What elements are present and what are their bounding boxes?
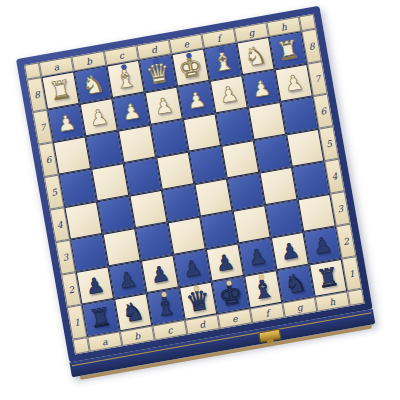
white-pawn-c7: ♟ <box>113 94 149 130</box>
blue-knob-accent <box>121 64 127 70</box>
blue-bishop-c1: ♝ <box>148 289 184 325</box>
white-rook-a8: ♜ <box>43 72 79 108</box>
tan-knob-accent <box>193 286 199 292</box>
white-pawn-h7: ♟ <box>276 65 312 101</box>
blue-pawn-b2: ♟ <box>109 262 145 298</box>
blue-queen-d1: ♛ <box>180 283 216 319</box>
blue-pawn-f2: ♟ <box>239 239 275 275</box>
white-pawn-a7: ♟ <box>48 105 84 141</box>
blue-pawn-d2: ♟ <box>174 250 210 286</box>
blue-pawn-g2: ♟ <box>272 233 308 269</box>
tan-knob-accent <box>226 280 232 286</box>
board-grid: abcdefgh8♜♞♝♛♚♝♞♜87♟♟♟♟♟♟♟♟7665544332♟♟♟… <box>24 14 365 355</box>
blue-pawn-c2: ♟ <box>142 256 178 292</box>
blue-bishop-f1: ♝ <box>245 271 281 307</box>
white-pawn-e7: ♟ <box>178 82 214 118</box>
blue-knob-accent <box>218 47 224 53</box>
product-photo-background: abcdefgh8♜♞♝♛♚♝♞♜87♟♟♟♟♟♟♟♟7665544332♟♟♟… <box>0 0 400 400</box>
blue-pawn-h2: ♟ <box>304 227 340 263</box>
border-corner <box>347 289 364 306</box>
white-pawn-d7: ♟ <box>146 88 182 124</box>
board-outer-frame: abcdefgh8♜♞♝♛♚♝♞♜87♟♟♟♟♟♟♟♟7665544332♟♟♟… <box>16 6 373 363</box>
white-knight-b8: ♞ <box>75 67 111 103</box>
blue-pawn-a2: ♟ <box>77 267 113 303</box>
white-pawn-f7: ♟ <box>211 76 247 112</box>
white-pawn-b7: ♟ <box>81 99 117 135</box>
blue-knight-g1: ♞ <box>278 266 314 302</box>
blue-rook-h1: ♜ <box>310 260 346 296</box>
blue-knight-b1: ♞ <box>115 294 151 330</box>
brass-clasp <box>258 329 282 344</box>
square-g1[interactable]: ♞ <box>277 264 315 302</box>
white-bishop-f8: ♝ <box>205 44 241 80</box>
square-a1[interactable]: ♜ <box>82 299 120 337</box>
square-e1[interactable]: ♚ <box>212 276 250 314</box>
tan-knob-accent <box>161 292 167 298</box>
white-queen-d8: ♛ <box>140 55 176 91</box>
blue-knob-accent <box>186 53 192 59</box>
blue-king-e1: ♚ <box>213 277 249 313</box>
square-b1[interactable]: ♞ <box>114 293 152 331</box>
square-h1[interactable]: ♜ <box>309 259 347 297</box>
blue-knob-accent <box>153 59 159 65</box>
blue-pawn-e2: ♟ <box>207 245 243 281</box>
white-knight-g8: ♞ <box>238 38 274 74</box>
white-king-e8: ♚ <box>173 50 209 86</box>
tan-knob-accent <box>258 275 264 281</box>
square-d1[interactable]: ♛ <box>179 282 217 320</box>
square-c1[interactable]: ♝ <box>147 287 185 325</box>
white-bishop-c8: ♝ <box>108 61 144 97</box>
white-pawn-g7: ♟ <box>243 71 279 107</box>
chess-board: abcdefgh8♜♞♝♛♚♝♞♜87♟♟♟♟♟♟♟♟7665544332♟♟♟… <box>16 6 376 382</box>
square-f1[interactable]: ♝ <box>244 270 282 308</box>
white-rook-h8: ♜ <box>270 32 306 68</box>
blue-rook-a1: ♜ <box>83 300 119 336</box>
